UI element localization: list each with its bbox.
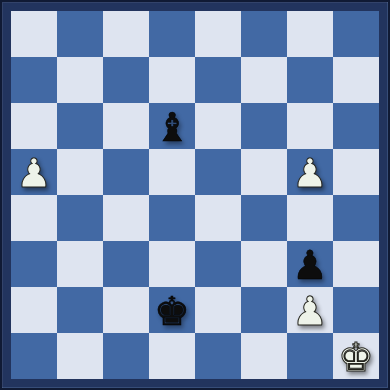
square-e1[interactable]: [195, 333, 241, 379]
square-a2[interactable]: [11, 287, 57, 333]
square-a6[interactable]: [11, 103, 57, 149]
square-d5[interactable]: [149, 149, 195, 195]
square-b5[interactable]: [57, 149, 103, 195]
square-a8[interactable]: [11, 11, 57, 57]
square-b6[interactable]: [57, 103, 103, 149]
black-bishop[interactable]: ♝: [149, 103, 195, 149]
square-g7[interactable]: [287, 57, 333, 103]
square-f1[interactable]: [241, 333, 287, 379]
square-c4[interactable]: [103, 195, 149, 241]
white-king[interactable]: ♚: [333, 333, 379, 379]
square-b1[interactable]: [57, 333, 103, 379]
square-d4[interactable]: [149, 195, 195, 241]
square-a3[interactable]: [11, 241, 57, 287]
square-h7[interactable]: [333, 57, 379, 103]
square-c7[interactable]: [103, 57, 149, 103]
square-h3[interactable]: [333, 241, 379, 287]
square-c6[interactable]: [103, 103, 149, 149]
square-e5[interactable]: [195, 149, 241, 195]
square-a4[interactable]: [11, 195, 57, 241]
square-h6[interactable]: [333, 103, 379, 149]
square-f2[interactable]: [241, 287, 287, 333]
square-b7[interactable]: [57, 57, 103, 103]
square-e7[interactable]: [195, 57, 241, 103]
square-a7[interactable]: [11, 57, 57, 103]
square-e8[interactable]: [195, 11, 241, 57]
square-e2[interactable]: [195, 287, 241, 333]
black-pawn[interactable]: ♟: [287, 241, 333, 287]
square-b8[interactable]: [57, 11, 103, 57]
square-h1[interactable]: ♚: [333, 333, 379, 379]
square-f7[interactable]: [241, 57, 287, 103]
square-b2[interactable]: [57, 287, 103, 333]
square-h5[interactable]: [333, 149, 379, 195]
square-b3[interactable]: [57, 241, 103, 287]
square-h4[interactable]: [333, 195, 379, 241]
square-d7[interactable]: [149, 57, 195, 103]
square-c1[interactable]: [103, 333, 149, 379]
square-g6[interactable]: [287, 103, 333, 149]
chess-board-frame: ♝♟♟♟♚♟♚: [0, 0, 390, 390]
square-g2[interactable]: ♟: [287, 287, 333, 333]
square-g1[interactable]: [287, 333, 333, 379]
square-g3[interactable]: ♟: [287, 241, 333, 287]
square-e4[interactable]: [195, 195, 241, 241]
square-h2[interactable]: [333, 287, 379, 333]
square-g5[interactable]: ♟: [287, 149, 333, 195]
black-king[interactable]: ♚: [149, 287, 195, 333]
square-d1[interactable]: [149, 333, 195, 379]
white-pawn[interactable]: ♟: [287, 287, 333, 333]
square-e6[interactable]: [195, 103, 241, 149]
square-c2[interactable]: [103, 287, 149, 333]
square-d8[interactable]: [149, 11, 195, 57]
square-b4[interactable]: [57, 195, 103, 241]
square-d2[interactable]: ♚: [149, 287, 195, 333]
white-pawn[interactable]: ♟: [287, 149, 333, 195]
square-c8[interactable]: [103, 11, 149, 57]
square-f5[interactable]: [241, 149, 287, 195]
square-a1[interactable]: [11, 333, 57, 379]
square-f6[interactable]: [241, 103, 287, 149]
chess-board: ♝♟♟♟♚♟♚: [11, 11, 379, 379]
white-pawn[interactable]: ♟: [11, 149, 57, 195]
square-e3[interactable]: [195, 241, 241, 287]
square-a5[interactable]: ♟: [11, 149, 57, 195]
square-g4[interactable]: [287, 195, 333, 241]
square-g8[interactable]: [287, 11, 333, 57]
square-d3[interactable]: [149, 241, 195, 287]
square-h8[interactable]: [333, 11, 379, 57]
square-c5[interactable]: [103, 149, 149, 195]
square-c3[interactable]: [103, 241, 149, 287]
square-f4[interactable]: [241, 195, 287, 241]
square-f8[interactable]: [241, 11, 287, 57]
square-f3[interactable]: [241, 241, 287, 287]
square-d6[interactable]: ♝: [149, 103, 195, 149]
